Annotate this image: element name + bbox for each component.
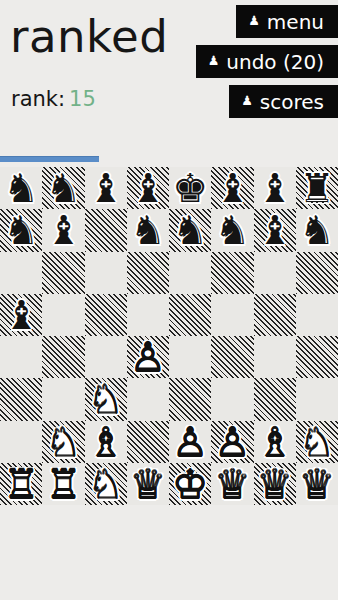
square-b6[interactable] bbox=[42, 252, 84, 294]
square-b5[interactable] bbox=[42, 294, 84, 336]
square-f3[interactable] bbox=[211, 378, 253, 420]
piece-white-knight[interactable]: ♞♘ bbox=[42, 421, 84, 463]
square-c8[interactable]: ♝ bbox=[85, 167, 127, 209]
piece-white-rook[interactable]: ♜♖ bbox=[42, 463, 84, 505]
page-title: ranked bbox=[10, 10, 168, 64]
piece-black-knight[interactable]: ♞ bbox=[169, 209, 211, 251]
menu-button[interactable]: ♟ menu bbox=[236, 5, 338, 38]
piece-black-bishop[interactable]: ♝ bbox=[211, 167, 253, 209]
rank-value: 15 bbox=[69, 87, 96, 111]
piece-black-bishop[interactable]: ♝ bbox=[254, 209, 296, 251]
piece-white-queen[interactable]: ♛♕ bbox=[211, 463, 253, 505]
scores-button-label: scores bbox=[260, 92, 324, 112]
square-a6[interactable] bbox=[0, 252, 42, 294]
square-f8[interactable]: ♝ bbox=[211, 167, 253, 209]
square-c1[interactable]: ♞♘ bbox=[85, 463, 127, 505]
menu-button-label: menu bbox=[267, 12, 324, 32]
piece-white-knight[interactable]: ♞♘ bbox=[85, 463, 127, 505]
square-h4[interactable] bbox=[296, 336, 338, 378]
piece-white-bishop[interactable]: ♝♗ bbox=[85, 421, 127, 463]
square-d3[interactable] bbox=[127, 378, 169, 420]
square-d6[interactable] bbox=[127, 252, 169, 294]
square-b2[interactable]: ♞♘ bbox=[42, 421, 84, 463]
square-e5[interactable] bbox=[169, 294, 211, 336]
square-e2[interactable]: ♟♙ bbox=[169, 421, 211, 463]
square-g5[interactable] bbox=[254, 294, 296, 336]
square-a4[interactable] bbox=[0, 336, 42, 378]
square-e4[interactable] bbox=[169, 336, 211, 378]
piece-black-knight[interactable]: ♞ bbox=[211, 209, 253, 251]
square-b1[interactable]: ♜♖ bbox=[42, 463, 84, 505]
square-e6[interactable] bbox=[169, 252, 211, 294]
square-f2[interactable]: ♟♙ bbox=[211, 421, 253, 463]
square-e7[interactable]: ♞ bbox=[169, 209, 211, 251]
piece-black-bishop[interactable]: ♝ bbox=[127, 167, 169, 209]
piece-white-queen[interactable]: ♛♕ bbox=[296, 463, 338, 505]
square-f7[interactable]: ♞ bbox=[211, 209, 253, 251]
piece-black-knight[interactable]: ♞ bbox=[0, 209, 42, 251]
square-c5[interactable] bbox=[85, 294, 127, 336]
square-e1[interactable]: ♚♔ bbox=[169, 463, 211, 505]
square-a2[interactable] bbox=[0, 421, 42, 463]
square-b4[interactable] bbox=[42, 336, 84, 378]
square-c3[interactable]: ♞♘ bbox=[85, 378, 127, 420]
piece-white-pawn[interactable]: ♟♙ bbox=[169, 421, 211, 463]
piece-white-bishop[interactable]: ♝♗ bbox=[254, 421, 296, 463]
square-c6[interactable] bbox=[85, 252, 127, 294]
piece-black-knight[interactable]: ♞ bbox=[296, 209, 338, 251]
square-h5[interactable] bbox=[296, 294, 338, 336]
square-b8[interactable]: ♞ bbox=[42, 167, 84, 209]
square-g8[interactable]: ♝ bbox=[254, 167, 296, 209]
piece-black-knight[interactable]: ♞ bbox=[0, 167, 42, 209]
square-h8[interactable]: ♜ bbox=[296, 167, 338, 209]
square-h1[interactable]: ♛♕ bbox=[296, 463, 338, 505]
progress-bar bbox=[0, 156, 99, 162]
chess-board: ♞♞♝♝♚♝♝♜♞♝♞♞♞♝♞♝♟♙♞♘♞♘♝♗♟♙♟♙♝♗♞♘♜♖♜♖♞♘♛♕… bbox=[0, 167, 338, 505]
undo-button[interactable]: ♟ undo (20) bbox=[196, 45, 338, 78]
square-d2[interactable] bbox=[127, 421, 169, 463]
square-a1[interactable]: ♜♖ bbox=[0, 463, 42, 505]
piece-black-rook[interactable]: ♜ bbox=[296, 167, 338, 209]
piece-white-rook[interactable]: ♜♖ bbox=[0, 463, 42, 505]
square-d4[interactable]: ♟♙ bbox=[127, 336, 169, 378]
square-d7[interactable]: ♞ bbox=[127, 209, 169, 251]
square-c7[interactable] bbox=[85, 209, 127, 251]
piece-white-pawn[interactable]: ♟♙ bbox=[211, 421, 253, 463]
piece-white-knight[interactable]: ♞♘ bbox=[85, 378, 127, 420]
square-a5[interactable]: ♝ bbox=[0, 294, 42, 336]
piece-white-queen[interactable]: ♛♕ bbox=[254, 463, 296, 505]
square-a3[interactable] bbox=[0, 378, 42, 420]
rank-display: rank:15 bbox=[11, 87, 96, 111]
square-g1[interactable]: ♛♕ bbox=[254, 463, 296, 505]
square-g7[interactable]: ♝ bbox=[254, 209, 296, 251]
square-h3[interactable] bbox=[296, 378, 338, 420]
piece-black-knight[interactable]: ♞ bbox=[127, 209, 169, 251]
piece-white-pawn[interactable]: ♟♙ bbox=[127, 336, 169, 378]
square-e3[interactable] bbox=[169, 378, 211, 420]
hud-buttons: ♟ menu ♟ undo (20) ♟ scores bbox=[196, 5, 338, 118]
ranked-game-screen: ranked rank:15 ♟ menu ♟ undo (20) ♟ scor… bbox=[0, 0, 338, 600]
undo-button-label: undo (20) bbox=[226, 52, 324, 72]
piece-white-king[interactable]: ♚♔ bbox=[169, 463, 211, 505]
pawn-icon: ♟ bbox=[208, 54, 220, 67]
square-b7[interactable]: ♝ bbox=[42, 209, 84, 251]
square-h2[interactable]: ♞♘ bbox=[296, 421, 338, 463]
square-a7[interactable]: ♞ bbox=[0, 209, 42, 251]
square-g4[interactable] bbox=[254, 336, 296, 378]
piece-white-knight[interactable]: ♞♘ bbox=[296, 421, 338, 463]
square-f4[interactable] bbox=[211, 336, 253, 378]
piece-black-bishop[interactable]: ♝ bbox=[254, 167, 296, 209]
square-f5[interactable] bbox=[211, 294, 253, 336]
square-d8[interactable]: ♝ bbox=[127, 167, 169, 209]
piece-black-knight[interactable]: ♞ bbox=[42, 167, 84, 209]
square-d5[interactable] bbox=[127, 294, 169, 336]
square-f1[interactable]: ♛♕ bbox=[211, 463, 253, 505]
square-d1[interactable]: ♛♕ bbox=[127, 463, 169, 505]
square-h6[interactable] bbox=[296, 252, 338, 294]
square-h7[interactable]: ♞ bbox=[296, 209, 338, 251]
piece-black-bishop[interactable]: ♝ bbox=[0, 294, 42, 336]
square-b3[interactable] bbox=[42, 378, 84, 420]
piece-black-bishop[interactable]: ♝ bbox=[85, 167, 127, 209]
pawn-icon: ♟ bbox=[248, 14, 260, 27]
square-f6[interactable] bbox=[211, 252, 253, 294]
scores-button[interactable]: ♟ scores bbox=[229, 85, 338, 118]
square-g2[interactable]: ♝♗ bbox=[254, 421, 296, 463]
square-e8[interactable]: ♚ bbox=[169, 167, 211, 209]
square-a8[interactable]: ♞ bbox=[0, 167, 42, 209]
rank-label: rank: bbox=[11, 87, 65, 111]
piece-black-bishop[interactable]: ♝ bbox=[42, 209, 84, 251]
square-g6[interactable] bbox=[254, 252, 296, 294]
square-c2[interactable]: ♝♗ bbox=[85, 421, 127, 463]
pawn-icon: ♟ bbox=[241, 94, 253, 107]
square-c4[interactable] bbox=[85, 336, 127, 378]
piece-black-king[interactable]: ♚ bbox=[169, 167, 211, 209]
piece-white-queen[interactable]: ♛♕ bbox=[127, 463, 169, 505]
square-g3[interactable] bbox=[254, 378, 296, 420]
